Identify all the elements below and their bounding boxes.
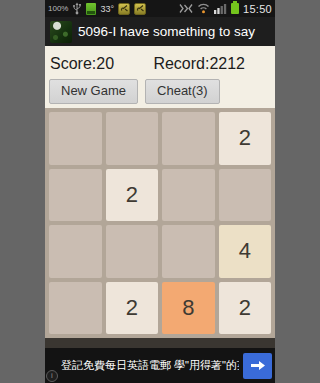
- app-title: 5096-I have something to say: [78, 24, 255, 39]
- game-header: Score:20 Record:2212 New Game Cheat(3): [45, 46, 275, 108]
- empty-cell: [219, 169, 272, 222]
- ad-arrow-button[interactable]: [243, 353, 272, 379]
- phone-screen: 100% 33°: [45, 0, 275, 383]
- tile-2: 2: [106, 169, 159, 222]
- ad-text: 登記免費每日英語電郵 學"用得著"的英文: [61, 358, 239, 373]
- tile-2: 2: [219, 112, 272, 165]
- empty-cell: [106, 225, 159, 278]
- wifi-icon: [197, 3, 210, 14]
- ad-banner[interactable]: 登記免費每日英語電郵 學"用得著"的英文 i: [45, 348, 275, 383]
- empty-cell: [49, 112, 102, 165]
- notification-app-icon: [134, 3, 146, 15]
- empty-cell: [106, 112, 159, 165]
- status-bar: 100% 33°: [45, 0, 275, 17]
- app-icon: [50, 21, 72, 43]
- title-bar: 5096-I have something to say: [45, 17, 275, 46]
- battery-percent-text: 100%: [48, 4, 68, 13]
- status-bar-right: 15:50: [179, 3, 272, 15]
- empty-cell: [162, 112, 215, 165]
- bottom-strip: [45, 338, 275, 348]
- new-game-button[interactable]: New Game: [49, 79, 138, 104]
- temperature-text: 33°: [100, 4, 114, 14]
- notification-app-icon: [118, 3, 130, 15]
- usb-icon: [72, 2, 82, 15]
- button-row: New Game Cheat(3): [49, 79, 271, 104]
- tile-2: 2: [219, 282, 272, 335]
- cheat-button[interactable]: Cheat(3): [145, 79, 220, 104]
- empty-cell: [49, 169, 102, 222]
- ad-info-icon[interactable]: i: [46, 370, 58, 382]
- status-bar-left: 100% 33°: [48, 2, 146, 15]
- empty-cell: [162, 225, 215, 278]
- signal-bars-icon: [214, 3, 227, 14]
- clock-text: 15:50: [243, 3, 272, 15]
- battery-widget-icon: [86, 3, 96, 15]
- score-row: Score:20 Record:2212: [49, 55, 271, 73]
- vibrate-icon: [179, 3, 193, 14]
- tile-8: 8: [162, 282, 215, 335]
- right-arrow-icon: [250, 360, 266, 371]
- battery-icon: [231, 3, 239, 14]
- tile-4: 4: [219, 225, 272, 278]
- board[interactable]: 224282: [45, 108, 275, 338]
- score-text: Score:20: [50, 55, 114, 73]
- empty-cell: [162, 169, 215, 222]
- tile-2: 2: [106, 282, 159, 335]
- record-text: Record:2212: [153, 55, 245, 73]
- empty-cell: [49, 282, 102, 335]
- empty-cell: [49, 225, 102, 278]
